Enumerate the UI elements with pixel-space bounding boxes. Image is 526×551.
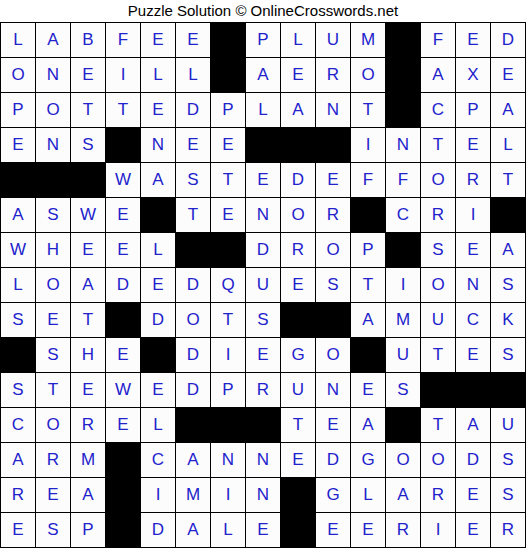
- grid-cell: P: [211, 93, 245, 127]
- grid-cell: S: [491, 478, 525, 512]
- grid-cell: E: [71, 58, 105, 92]
- grid-cell: U: [246, 268, 280, 302]
- grid-cell: E: [1, 513, 35, 547]
- grid-cell: N: [316, 373, 350, 407]
- block-cell: [386, 233, 420, 267]
- grid-cell: D: [176, 338, 210, 372]
- grid-cell: D: [176, 373, 210, 407]
- grid-cell: E: [351, 513, 385, 547]
- grid-cell: T: [281, 408, 315, 442]
- grid-cell: E: [141, 268, 175, 302]
- grid-cell: S: [36, 338, 70, 372]
- block-cell: [246, 128, 280, 162]
- grid-cell: E: [456, 128, 490, 162]
- grid-cell: E: [281, 268, 315, 302]
- grid-cell: N: [246, 198, 280, 232]
- grid-cell: T: [421, 408, 455, 442]
- grid-cell: C: [141, 443, 175, 477]
- grid-cell: K: [491, 303, 525, 337]
- grid-cell: R: [456, 163, 490, 197]
- crossword-grid: LABFEEPLUMFEDONEILLAEROAXEPOTTEDPLANTCPA…: [0, 22, 526, 548]
- grid-cell: C: [421, 93, 455, 127]
- grid-cell: G: [281, 338, 315, 372]
- grid-cell: O: [316, 338, 350, 372]
- grid-cell: O: [386, 443, 420, 477]
- grid-cell: I: [211, 338, 245, 372]
- grid-cell: I: [421, 513, 455, 547]
- grid-cell: E: [246, 163, 280, 197]
- grid-cell: E: [176, 128, 210, 162]
- block-cell: [211, 58, 245, 92]
- grid-cell: W: [1, 233, 35, 267]
- block-cell: [281, 128, 315, 162]
- grid-cell: L: [351, 478, 385, 512]
- block-cell: [176, 233, 210, 267]
- grid-cell: T: [351, 93, 385, 127]
- block-cell: [421, 373, 455, 407]
- grid-cell: T: [421, 128, 455, 162]
- block-cell: [351, 338, 385, 372]
- block-cell: [456, 373, 490, 407]
- grid-cell: N: [36, 58, 70, 92]
- grid-cell: R: [386, 513, 420, 547]
- grid-cell: E: [456, 23, 490, 57]
- grid-cell: D: [316, 443, 350, 477]
- grid-cell: L: [1, 23, 35, 57]
- grid-cell: P: [211, 373, 245, 407]
- grid-cell: E: [456, 478, 490, 512]
- grid-cell: A: [386, 478, 420, 512]
- grid-cell: E: [456, 513, 490, 547]
- grid-cell: E: [176, 23, 210, 57]
- grid-cell: E: [211, 198, 245, 232]
- grid-cell: F: [421, 23, 455, 57]
- grid-cell: E: [36, 303, 70, 337]
- block-cell: [316, 128, 350, 162]
- grid-cell: S: [491, 443, 525, 477]
- grid-cell: S: [491, 338, 525, 372]
- grid-cell: P: [1, 93, 35, 127]
- grid-cell: S: [71, 128, 105, 162]
- grid-cell: E: [106, 338, 140, 372]
- grid-cell: A: [456, 408, 490, 442]
- block-cell: [211, 233, 245, 267]
- grid-cell: A: [281, 93, 315, 127]
- grid-cell: S: [386, 373, 420, 407]
- grid-cell: R: [281, 233, 315, 267]
- grid-cell: C: [386, 198, 420, 232]
- grid-cell: E: [36, 478, 70, 512]
- grid-cell: E: [106, 233, 140, 267]
- grid-cell: O: [281, 198, 315, 232]
- grid-cell: C: [1, 408, 35, 442]
- grid-cell: A: [246, 58, 280, 92]
- grid-cell: S: [1, 303, 35, 337]
- grid-cell: A: [141, 163, 175, 197]
- grid-cell: E: [246, 338, 280, 372]
- grid-cell: O: [36, 408, 70, 442]
- grid-cell: I: [211, 478, 245, 512]
- grid-cell: E: [456, 338, 490, 372]
- grid-cell: A: [491, 233, 525, 267]
- grid-cell: A: [71, 478, 105, 512]
- grid-cell: T: [211, 163, 245, 197]
- grid-cell: R: [316, 58, 350, 92]
- block-cell: [386, 58, 420, 92]
- grid-cell: R: [421, 198, 455, 232]
- grid-cell: E: [456, 233, 490, 267]
- grid-cell: D: [281, 163, 315, 197]
- grid-cell: E: [351, 373, 385, 407]
- grid-cell: N: [141, 128, 175, 162]
- grid-cell: N: [456, 268, 490, 302]
- grid-cell: B: [71, 23, 105, 57]
- block-cell: [386, 23, 420, 57]
- block-cell: [1, 338, 35, 372]
- block-cell: [71, 163, 105, 197]
- grid-cell: G: [351, 443, 385, 477]
- grid-cell: O: [351, 58, 385, 92]
- block-cell: [246, 408, 280, 442]
- grid-cell: E: [281, 58, 315, 92]
- grid-cell: T: [176, 198, 210, 232]
- grid-cell: P: [246, 23, 280, 57]
- grid-cell: M: [176, 478, 210, 512]
- grid-cell: A: [71, 268, 105, 302]
- grid-cell: O: [421, 163, 455, 197]
- block-cell: [386, 93, 420, 127]
- block-cell: [491, 373, 525, 407]
- block-cell: [281, 513, 315, 547]
- grid-cell: F: [351, 163, 385, 197]
- grid-cell: S: [421, 233, 455, 267]
- grid-cell: P: [456, 93, 490, 127]
- grid-cell: S: [36, 513, 70, 547]
- grid-cell: I: [106, 58, 140, 92]
- grid-cell: S: [491, 268, 525, 302]
- grid-cell: L: [1, 268, 35, 302]
- block-cell: [106, 513, 140, 547]
- grid-cell: O: [316, 233, 350, 267]
- grid-cell: A: [1, 443, 35, 477]
- grid-cell: S: [36, 198, 70, 232]
- grid-cell: R: [246, 373, 280, 407]
- grid-cell: T: [351, 268, 385, 302]
- grid-cell: U: [386, 338, 420, 372]
- block-cell: [316, 303, 350, 337]
- grid-cell: E: [106, 198, 140, 232]
- grid-cell: U: [281, 373, 315, 407]
- grid-cell: I: [351, 128, 385, 162]
- grid-cell: E: [491, 58, 525, 92]
- grid-cell: N: [246, 443, 280, 477]
- grid-cell: O: [1, 58, 35, 92]
- grid-cell: L: [491, 128, 525, 162]
- grid-cell: L: [246, 93, 280, 127]
- grid-cell: W: [106, 163, 140, 197]
- grid-cell: R: [421, 478, 455, 512]
- block-cell: [106, 478, 140, 512]
- grid-cell: S: [316, 268, 350, 302]
- block-cell: [281, 478, 315, 512]
- grid-cell: H: [71, 338, 105, 372]
- grid-cell: E: [106, 408, 140, 442]
- grid-cell: R: [36, 443, 70, 477]
- block-cell: [351, 198, 385, 232]
- grid-cell: T: [71, 93, 105, 127]
- grid-cell: E: [1, 128, 35, 162]
- grid-cell: A: [36, 23, 70, 57]
- grid-cell: I: [141, 478, 175, 512]
- grid-cell: O: [36, 268, 70, 302]
- grid-cell: N: [386, 128, 420, 162]
- grid-cell: T: [71, 303, 105, 337]
- grid-cell: M: [386, 303, 420, 337]
- grid-cell: A: [351, 408, 385, 442]
- grid-cell: S: [246, 303, 280, 337]
- grid-cell: D: [106, 268, 140, 302]
- grid-cell: O: [176, 303, 210, 337]
- block-cell: [211, 23, 245, 57]
- grid-cell: A: [491, 93, 525, 127]
- page-title: Puzzle Solution © OnlineCrosswords.net: [0, 0, 526, 22]
- grid-cell: A: [351, 303, 385, 337]
- grid-cell: F: [106, 23, 140, 57]
- grid-cell: U: [491, 408, 525, 442]
- grid-cell: W: [106, 373, 140, 407]
- grid-cell: D: [141, 303, 175, 337]
- block-cell: [386, 408, 420, 442]
- grid-cell: L: [141, 58, 175, 92]
- grid-cell: A: [421, 58, 455, 92]
- grid-cell: T: [106, 93, 140, 127]
- grid-cell: E: [71, 373, 105, 407]
- grid-cell: Q: [211, 268, 245, 302]
- grid-cell: H: [36, 233, 70, 267]
- grid-cell: I: [456, 198, 490, 232]
- grid-cell: R: [71, 408, 105, 442]
- grid-cell: P: [71, 513, 105, 547]
- grid-cell: T: [491, 163, 525, 197]
- grid-cell: X: [456, 58, 490, 92]
- block-cell: [211, 408, 245, 442]
- grid-cell: E: [316, 163, 350, 197]
- grid-cell: R: [1, 478, 35, 512]
- grid-cell: G: [316, 478, 350, 512]
- grid-cell: L: [281, 23, 315, 57]
- grid-cell: E: [71, 233, 105, 267]
- grid-cell: O: [421, 443, 455, 477]
- block-cell: [141, 198, 175, 232]
- grid-cell: D: [141, 513, 175, 547]
- block-cell: [1, 163, 35, 197]
- grid-cell: U: [316, 23, 350, 57]
- grid-cell: R: [316, 198, 350, 232]
- block-cell: [281, 303, 315, 337]
- grid-cell: U: [421, 303, 455, 337]
- grid-cell: D: [491, 23, 525, 57]
- grid-cell: D: [176, 268, 210, 302]
- grid-cell: R: [491, 513, 525, 547]
- grid-cell: M: [351, 23, 385, 57]
- grid-cell: O: [421, 268, 455, 302]
- grid-cell: T: [36, 373, 70, 407]
- grid-cell: L: [176, 58, 210, 92]
- grid-cell: F: [386, 163, 420, 197]
- grid-cell: S: [1, 373, 35, 407]
- grid-cell: E: [316, 513, 350, 547]
- grid-cell: E: [141, 23, 175, 57]
- grid-cell: E: [316, 408, 350, 442]
- grid-cell: N: [36, 128, 70, 162]
- grid-cell: M: [71, 443, 105, 477]
- grid-cell: A: [176, 443, 210, 477]
- grid-cell: D: [456, 443, 490, 477]
- block-cell: [106, 303, 140, 337]
- grid-cell: P: [351, 233, 385, 267]
- grid-cell: E: [211, 128, 245, 162]
- grid-cell: A: [1, 198, 35, 232]
- grid-cell: T: [421, 338, 455, 372]
- grid-cell: D: [246, 233, 280, 267]
- block-cell: [36, 163, 70, 197]
- grid-cell: C: [456, 303, 490, 337]
- grid-cell: E: [281, 443, 315, 477]
- block-cell: [176, 408, 210, 442]
- block-cell: [491, 198, 525, 232]
- grid-cell: E: [246, 513, 280, 547]
- grid-cell: E: [141, 373, 175, 407]
- grid-cell: A: [176, 513, 210, 547]
- grid-cell: N: [316, 93, 350, 127]
- grid-cell: L: [141, 408, 175, 442]
- grid-cell: L: [141, 233, 175, 267]
- block-cell: [141, 338, 175, 372]
- grid-cell: I: [386, 268, 420, 302]
- grid-cell: O: [36, 93, 70, 127]
- grid-cell: D: [176, 93, 210, 127]
- grid-cell: E: [141, 93, 175, 127]
- grid-cell: W: [71, 198, 105, 232]
- grid-cell: T: [211, 303, 245, 337]
- grid-cell: N: [246, 478, 280, 512]
- grid-cell: N: [211, 443, 245, 477]
- block-cell: [106, 443, 140, 477]
- grid-cell: S: [176, 163, 210, 197]
- grid-cell: L: [211, 513, 245, 547]
- block-cell: [106, 128, 140, 162]
